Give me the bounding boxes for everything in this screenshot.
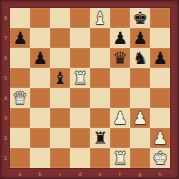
rank-label-7: 7 <box>1 28 10 48</box>
square-e3[interactable] <box>90 108 110 128</box>
piece-white-pawn[interactable]: ♟ <box>130 108 150 128</box>
rank-label-4: 4 <box>1 88 10 108</box>
square-c4[interactable] <box>50 88 70 108</box>
rank-label-2: 2 <box>1 128 10 148</box>
file-label-e: e <box>90 169 110 179</box>
piece-black-king[interactable]: ♚ <box>130 8 150 28</box>
square-g1[interactable] <box>130 148 150 168</box>
piece-white-king[interactable]: ♚ <box>150 148 170 168</box>
square-b7[interactable] <box>30 28 50 48</box>
square-f6[interactable]: ♛ <box>110 48 130 68</box>
piece-white-rook[interactable]: ♜ <box>110 148 130 168</box>
square-g4[interactable] <box>130 88 150 108</box>
square-f7[interactable]: ♟ <box>110 28 130 48</box>
square-f2[interactable] <box>110 128 130 148</box>
piece-white-pawn[interactable]: ♟ <box>110 108 130 128</box>
square-d5[interactable]: ♜ <box>70 68 90 88</box>
square-b1[interactable] <box>30 148 50 168</box>
chess-board-frame: 87654321 abcdefgh ♝♚♟♟♟♟♛♞♟♝♜♛♟♟♜♟♜♚ <box>0 0 179 179</box>
square-g6[interactable]: ♞ <box>130 48 150 68</box>
piece-black-queen[interactable]: ♛ <box>110 48 130 68</box>
square-e8[interactable]: ♝ <box>90 8 110 28</box>
square-b2[interactable] <box>30 128 50 148</box>
square-g3[interactable]: ♟ <box>130 108 150 128</box>
rank-label-8: 8 <box>1 8 10 28</box>
square-d1[interactable] <box>70 148 90 168</box>
piece-white-pawn[interactable]: ♟ <box>150 128 170 148</box>
square-b4[interactable] <box>30 88 50 108</box>
square-a3[interactable] <box>10 108 30 128</box>
square-e5[interactable] <box>90 68 110 88</box>
piece-black-pawn[interactable]: ♟ <box>150 48 170 68</box>
square-d4[interactable] <box>70 88 90 108</box>
square-a4[interactable]: ♛ <box>10 88 30 108</box>
square-a2[interactable] <box>10 128 30 148</box>
square-a5[interactable] <box>10 68 30 88</box>
square-g2[interactable] <box>130 128 150 148</box>
square-d7[interactable] <box>70 28 90 48</box>
square-h6[interactable]: ♟ <box>150 48 170 68</box>
square-d2[interactable] <box>70 128 90 148</box>
square-a8[interactable] <box>10 8 30 28</box>
square-h3[interactable] <box>150 108 170 128</box>
square-d8[interactable] <box>70 8 90 28</box>
piece-white-bishop[interactable]: ♝ <box>90 8 110 28</box>
square-c7[interactable] <box>50 28 70 48</box>
square-c2[interactable] <box>50 128 70 148</box>
square-f8[interactable] <box>110 8 130 28</box>
rank-label-6: 6 <box>1 48 10 68</box>
square-e7[interactable] <box>90 28 110 48</box>
square-g7[interactable]: ♟ <box>130 28 150 48</box>
rank-label-1: 1 <box>1 148 10 168</box>
square-c1[interactable] <box>50 148 70 168</box>
file-label-g: g <box>130 169 150 179</box>
square-c8[interactable] <box>50 8 70 28</box>
square-b6[interactable]: ♟ <box>30 48 50 68</box>
piece-black-pawn[interactable]: ♟ <box>130 28 150 48</box>
square-e2[interactable]: ♜ <box>90 128 110 148</box>
file-label-b: b <box>30 169 50 179</box>
square-h5[interactable] <box>150 68 170 88</box>
square-c3[interactable] <box>50 108 70 128</box>
file-label-a: a <box>10 169 30 179</box>
rank-label-5: 5 <box>1 68 10 88</box>
square-e1[interactable] <box>90 148 110 168</box>
piece-white-queen[interactable]: ♛ <box>10 88 30 108</box>
piece-white-rook[interactable]: ♜ <box>70 68 90 88</box>
square-b3[interactable] <box>30 108 50 128</box>
square-c6[interactable] <box>50 48 70 68</box>
square-b5[interactable] <box>30 68 50 88</box>
square-f5[interactable] <box>110 68 130 88</box>
piece-black-pawn[interactable]: ♟ <box>110 28 130 48</box>
piece-black-pawn[interactable]: ♟ <box>10 28 30 48</box>
square-a1[interactable] <box>10 148 30 168</box>
square-f1[interactable]: ♜ <box>110 148 130 168</box>
rank-label-3: 3 <box>1 108 10 128</box>
file-label-f: f <box>110 169 130 179</box>
square-h8[interactable] <box>150 8 170 28</box>
square-h7[interactable] <box>150 28 170 48</box>
square-b8[interactable] <box>30 8 50 28</box>
piece-black-rook[interactable]: ♜ <box>90 128 110 148</box>
square-d6[interactable] <box>70 48 90 68</box>
square-h4[interactable] <box>150 88 170 108</box>
square-d3[interactable] <box>70 108 90 128</box>
chess-board[interactable]: ♝♚♟♟♟♟♛♞♟♝♜♛♟♟♜♟♜♚ <box>10 8 170 168</box>
square-f3[interactable]: ♟ <box>110 108 130 128</box>
square-h1[interactable]: ♚ <box>150 148 170 168</box>
square-f4[interactable] <box>110 88 130 108</box>
piece-black-pawn[interactable]: ♟ <box>30 48 50 68</box>
square-c5[interactable]: ♝ <box>50 68 70 88</box>
square-a6[interactable] <box>10 48 30 68</box>
piece-black-bishop[interactable]: ♝ <box>50 68 70 88</box>
square-e6[interactable] <box>90 48 110 68</box>
file-label-c: c <box>50 169 70 179</box>
file-label-h: h <box>150 169 170 179</box>
square-e4[interactable] <box>90 88 110 108</box>
square-g8[interactable]: ♚ <box>130 8 150 28</box>
square-a7[interactable]: ♟ <box>10 28 30 48</box>
square-g5[interactable] <box>130 68 150 88</box>
square-h2[interactable]: ♟ <box>150 128 170 148</box>
file-label-d: d <box>70 169 90 179</box>
piece-black-knight[interactable]: ♞ <box>130 48 150 68</box>
